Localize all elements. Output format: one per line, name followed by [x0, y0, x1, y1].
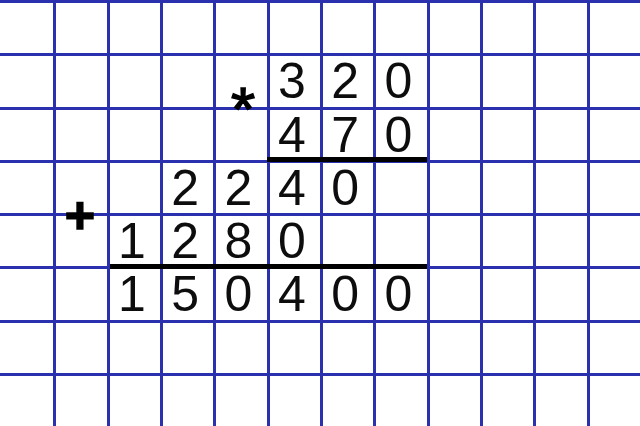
grid-cell — [587, 107, 640, 160]
digit: 2 — [171, 216, 199, 266]
digit: 5 — [171, 269, 199, 319]
digit: 0 — [278, 216, 306, 266]
grid-cell — [533, 373, 586, 426]
grid-cell — [587, 213, 640, 266]
grid-cell — [213, 0, 266, 53]
grid-cell — [0, 320, 53, 373]
digit-cell: 0 — [267, 213, 320, 266]
multiplier-rule-line — [267, 157, 427, 162]
grid-cell — [0, 160, 53, 213]
digit: 0 — [225, 269, 253, 319]
grid-cell — [587, 373, 640, 426]
grid-cell — [373, 373, 426, 426]
digit: 0 — [385, 269, 413, 319]
grid-cell — [160, 0, 213, 53]
grid-cell — [53, 53, 106, 106]
digit-cell: 1 — [107, 213, 160, 266]
grid-cell — [427, 320, 480, 373]
squared-paper-worksheet: 32047022401280150400 * + — [0, 0, 640, 426]
grid-cell — [0, 213, 53, 266]
digit-cell: 4 — [267, 107, 320, 160]
digit: 4 — [278, 110, 306, 160]
plus-sign: + — [56, 191, 104, 239]
grid-cell — [373, 0, 426, 53]
digit: 2 — [171, 163, 199, 213]
grid-cell — [107, 373, 160, 426]
grid-cell — [213, 320, 266, 373]
grid-cell — [533, 107, 586, 160]
digit-cell: 4 — [267, 266, 320, 319]
grid-cell — [107, 107, 160, 160]
grid-cell — [160, 320, 213, 373]
digit-cell: 0 — [320, 266, 373, 319]
grid-cell — [53, 0, 106, 53]
grid-cell — [587, 0, 640, 53]
grid-cell — [427, 373, 480, 426]
digit: 0 — [385, 110, 413, 160]
grid-cell — [0, 266, 53, 319]
grid-cell — [587, 160, 640, 213]
sum-rule-line — [110, 264, 427, 269]
grid-cell — [0, 107, 53, 160]
digit: 2 — [225, 163, 253, 213]
digit: 4 — [278, 269, 306, 319]
grid-cell — [160, 107, 213, 160]
grid-cell — [320, 0, 373, 53]
grid-cell — [267, 373, 320, 426]
grid-cell — [427, 266, 480, 319]
digit-cell: 2 — [160, 213, 213, 266]
grid-cell — [160, 53, 213, 106]
digit: 0 — [331, 163, 359, 213]
grid-cell — [427, 160, 480, 213]
digit-cell: 8 — [213, 213, 266, 266]
digit-cell: 5 — [160, 266, 213, 319]
digit: 1 — [118, 269, 146, 319]
grid-cell — [0, 0, 53, 53]
digit: 0 — [385, 56, 413, 106]
grid-cell — [533, 266, 586, 319]
multiplication-sign: * — [231, 78, 255, 140]
grid-cell — [480, 320, 533, 373]
grid-cell — [480, 107, 533, 160]
grid-cell — [427, 53, 480, 106]
grid-cell — [533, 0, 586, 53]
grid-cell — [107, 320, 160, 373]
grid-cell — [373, 213, 426, 266]
grid-cell — [533, 320, 586, 373]
grid-cell — [587, 266, 640, 319]
grid-cell — [53, 320, 106, 373]
grid-cell — [160, 373, 213, 426]
grid-cell — [533, 53, 586, 106]
grid-cell — [320, 320, 373, 373]
grid-cell — [587, 53, 640, 106]
grid-cell — [0, 373, 53, 426]
digit-cell: 2 — [160, 160, 213, 213]
digit-cell: 0 — [373, 107, 426, 160]
grid-cell — [53, 107, 106, 160]
grid-cell — [480, 266, 533, 319]
grid-cell — [213, 373, 266, 426]
grid-cell — [480, 213, 533, 266]
grid-cell — [427, 0, 480, 53]
grid-cell — [53, 373, 106, 426]
digit-cell: 0 — [373, 266, 426, 319]
grid-cell — [320, 373, 373, 426]
grid-cell — [427, 107, 480, 160]
digit-cell: 1 — [107, 266, 160, 319]
grid-cell — [533, 160, 586, 213]
grid-cell — [587, 320, 640, 373]
grid-cell — [373, 160, 426, 213]
digit-cell: 7 — [320, 107, 373, 160]
digit-cell: 4 — [267, 160, 320, 213]
grid-cell — [53, 266, 106, 319]
grid-cell — [480, 53, 533, 106]
grid-cell — [0, 53, 53, 106]
grid-cell — [480, 0, 533, 53]
grid-cell — [107, 53, 160, 106]
digit-cell: 0 — [373, 53, 426, 106]
grid-cell — [267, 0, 320, 53]
digit: 2 — [331, 56, 359, 106]
grid-cell — [320, 213, 373, 266]
digit: 1 — [118, 216, 146, 266]
digit-cell: 2 — [213, 160, 266, 213]
grid-cell — [427, 213, 480, 266]
grid-cell — [533, 213, 586, 266]
digit-cell: 3 — [267, 53, 320, 106]
digit: 3 — [278, 56, 306, 106]
grid-cell — [480, 160, 533, 213]
digit: 0 — [331, 269, 359, 319]
digit: 8 — [225, 216, 253, 266]
digit-cell: 2 — [320, 53, 373, 106]
digit: 4 — [278, 163, 306, 213]
digit-cell: 0 — [320, 160, 373, 213]
grid-cell — [107, 160, 160, 213]
grid-cell — [373, 320, 426, 373]
grid-cell — [480, 373, 533, 426]
digit: 7 — [331, 110, 359, 160]
digit-cell: 0 — [213, 266, 266, 319]
grid-cell — [107, 0, 160, 53]
grid-cell — [267, 320, 320, 373]
